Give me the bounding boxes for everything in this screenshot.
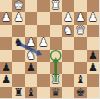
square-f7[interactable] bbox=[25, 74, 37, 86]
square-c6[interactable] bbox=[62, 62, 74, 74]
square-c5[interactable] bbox=[62, 50, 74, 62]
square-g6[interactable] bbox=[12, 62, 24, 74]
square-e5[interactable] bbox=[37, 50, 49, 62]
square-a6[interactable]: ♟ bbox=[87, 62, 99, 74]
black-pawn[interactable]: ♟ bbox=[87, 62, 99, 74]
square-a3[interactable] bbox=[87, 25, 99, 37]
square-e2[interactable] bbox=[37, 12, 49, 24]
square-h3[interactable] bbox=[0, 25, 12, 37]
square-e1[interactable] bbox=[37, 0, 49, 12]
white-knight[interactable]: ♞ bbox=[62, 25, 74, 37]
square-e7[interactable] bbox=[37, 74, 49, 86]
white-rook[interactable]: ♜ bbox=[50, 0, 62, 12]
square-h2[interactable]: ♟ bbox=[0, 12, 12, 24]
white-rook[interactable]: ♜ bbox=[50, 74, 62, 86]
white-pawn[interactable]: ♟ bbox=[62, 12, 74, 24]
square-c2[interactable]: ♟ bbox=[62, 12, 74, 24]
white-pawn[interactable]: ♟ bbox=[87, 12, 99, 24]
square-d1[interactable]: ♜ bbox=[50, 0, 62, 12]
square-g2[interactable]: ♟ bbox=[12, 12, 24, 24]
square-f2[interactable] bbox=[25, 12, 37, 24]
square-a7[interactable] bbox=[87, 74, 99, 86]
black-pawn[interactable]: ♟ bbox=[25, 62, 37, 74]
window-edge-right bbox=[99, 0, 100, 99]
square-g5[interactable] bbox=[12, 50, 24, 62]
chess-board: ♚♜♟♟♟♟♟♞♛♞♟♟♞♟♟♟♟♟♜♝♜♝♛♚ bbox=[0, 0, 99, 99]
square-d7[interactable]: ♜ bbox=[50, 74, 62, 86]
window-edge-bottom bbox=[0, 98, 99, 99]
square-b4[interactable] bbox=[74, 37, 86, 49]
square-b7[interactable]: ♝ bbox=[74, 74, 86, 86]
white-pawn[interactable]: ♟ bbox=[0, 12, 12, 24]
square-c3[interactable]: ♞ bbox=[62, 25, 74, 37]
square-b2[interactable]: ♟ bbox=[74, 12, 86, 24]
white-queen[interactable]: ♛ bbox=[74, 25, 86, 37]
black-pawn[interactable]: ♟ bbox=[0, 74, 12, 86]
screenshot-root: ♚♜♟♟♟♟♟♞♛♞♟♟♞♟♟♟♟♟♜♝♜♝♛♚ bbox=[0, 0, 100, 99]
square-h4[interactable] bbox=[0, 37, 12, 49]
square-d4[interactable] bbox=[50, 37, 62, 49]
square-a2[interactable]: ♟ bbox=[87, 12, 99, 24]
square-g4[interactable]: ♞ bbox=[12, 37, 24, 49]
square-g7[interactable] bbox=[12, 74, 24, 86]
white-pawn[interactable]: ♟ bbox=[37, 37, 49, 49]
square-d5[interactable] bbox=[50, 50, 62, 62]
white-pawn[interactable]: ♟ bbox=[12, 12, 24, 24]
square-a4[interactable] bbox=[87, 37, 99, 49]
square-d2[interactable] bbox=[50, 12, 62, 24]
square-c7[interactable] bbox=[62, 74, 74, 86]
square-b3[interactable]: ♛ bbox=[74, 25, 86, 37]
black-bishop[interactable]: ♝ bbox=[74, 74, 86, 86]
square-e4[interactable]: ♟ bbox=[37, 37, 49, 49]
square-b5[interactable] bbox=[74, 50, 86, 62]
square-f6[interactable]: ♟ bbox=[25, 62, 37, 74]
square-f4[interactable]: ♟ bbox=[25, 37, 37, 49]
square-f1[interactable] bbox=[25, 0, 37, 12]
square-c4[interactable] bbox=[62, 37, 74, 49]
square-e6[interactable] bbox=[37, 62, 49, 74]
square-h7[interactable]: ♟ bbox=[0, 74, 12, 86]
black-knight[interactable]: ♞ bbox=[12, 37, 24, 49]
square-d3[interactable] bbox=[50, 25, 62, 37]
white-pawn[interactable]: ♟ bbox=[25, 37, 37, 49]
white-pawn[interactable]: ♟ bbox=[74, 12, 86, 24]
